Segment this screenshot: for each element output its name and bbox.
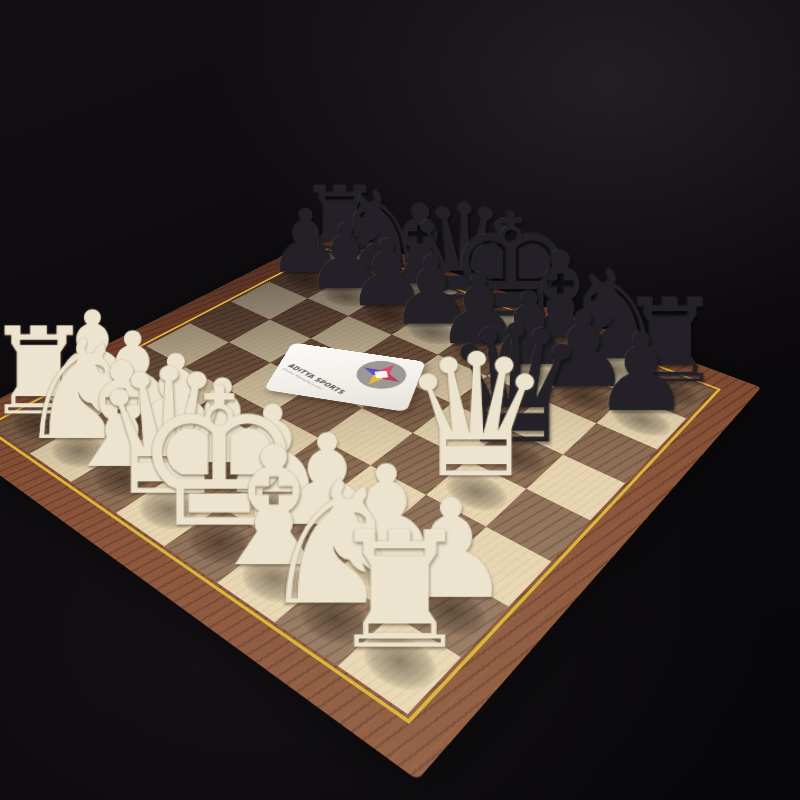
black-pawn-glyph: ♟ (593, 319, 690, 427)
board-squares: ♜♞♝♛♚♝♞♜♟♟♟♟♟♟♟♟♛♛♟♟♟♟♟♟♟♟♜♞♝♛♚♝♞♜ (0, 246, 713, 714)
white-rook-glyph: ♜ (327, 510, 472, 671)
chessboard: ♜♞♝♛♚♝♞♜♟♟♟♟♟♟♟♟♛♛♟♟♟♟♟♟♟♟♜♞♝♛♚♝♞♜ ADITY… (0, 229, 761, 780)
square-h1: ♜ (338, 615, 461, 714)
photo-scene: ♜♞♝♛♚♝♞♜♟♟♟♟♟♟♟♟♛♛♟♟♟♟♟♟♟♟♜♞♝♛♚♝♞♜ ADITY… (0, 0, 800, 800)
